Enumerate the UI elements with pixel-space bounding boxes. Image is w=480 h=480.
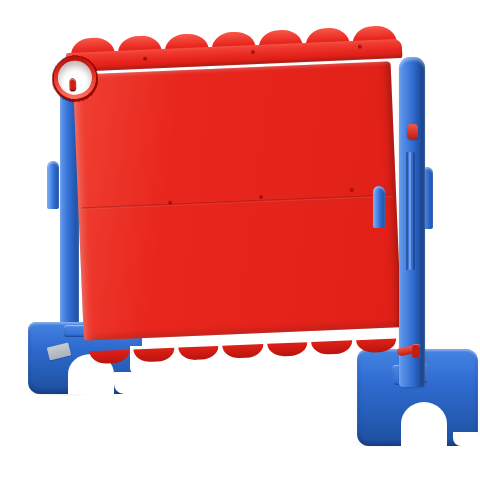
- board-dimple: [350, 188, 354, 192]
- right-stand-post: [399, 57, 425, 387]
- board-bottom-scallops: [85, 338, 400, 364]
- red-release-knob: [407, 124, 418, 139]
- right-foot-arch-cutout: [401, 402, 447, 446]
- board-bottom-scallop: [178, 346, 219, 361]
- board-bottom-scallop: [134, 348, 175, 363]
- rail-vent-hole: [143, 57, 147, 61]
- board-bottom-scallop: [267, 342, 308, 357]
- seam-clip: [70, 79, 75, 90]
- rail-vent-hole: [251, 50, 255, 54]
- rail-vent-hole: [358, 45, 362, 49]
- connect-four-product-scene: [0, 0, 480, 480]
- lever-pin: [412, 344, 420, 358]
- post-groove-highlight: [409, 152, 411, 270]
- left-front-peg: [47, 161, 59, 209]
- post-groove: [406, 152, 408, 270]
- board-dimple: [259, 195, 263, 199]
- hole-socket: [53, 56, 97, 100]
- red-release-lever: [397, 344, 423, 359]
- board-face: [73, 61, 402, 340]
- board-bottom-scallop: [223, 344, 264, 359]
- right-front-peg: [373, 186, 385, 228]
- left-foot-contour: [114, 372, 142, 394]
- post-groove: [413, 152, 415, 270]
- right-foot-contour: [453, 432, 478, 446]
- board-bottom-scallop: [356, 338, 397, 353]
- board-bottom-scallop: [89, 350, 130, 365]
- connect-four-board: [72, 39, 402, 352]
- board-bottom-scallop: [311, 340, 352, 355]
- board-hole: [57, 60, 92, 95]
